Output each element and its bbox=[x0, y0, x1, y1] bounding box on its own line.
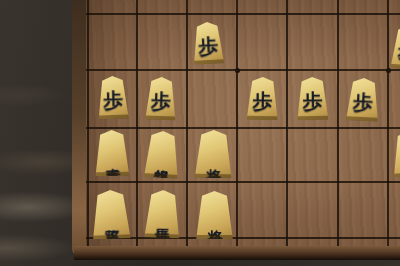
grid-line-vertical bbox=[387, 0, 389, 246]
piece-kanji: 桂馬 bbox=[155, 211, 171, 218]
board-surface bbox=[86, 0, 400, 246]
piece-kanji: 金将 bbox=[206, 151, 222, 157]
grid-line-vertical bbox=[136, 0, 138, 246]
grid-line-vertical bbox=[186, 0, 188, 246]
shogi-board-photo: 歩歩歩歩歩歩香車銀将金将王将桂馬金将歩 bbox=[0, 0, 400, 266]
piece-kanji: 銀将 bbox=[154, 151, 170, 158]
grid-line-horizontal bbox=[86, 237, 400, 239]
grid-line-vertical bbox=[337, 0, 339, 246]
piece-kanji: 歩 bbox=[352, 86, 373, 112]
grid-line-horizontal bbox=[86, 127, 400, 129]
piece-kanji: 王将 bbox=[103, 211, 119, 218]
grid-line-horizontal bbox=[86, 13, 400, 15]
piece-kanji: 金将 bbox=[207, 212, 223, 218]
piece-kanji: 歩 bbox=[252, 86, 272, 111]
grid-line-horizontal bbox=[86, 181, 400, 183]
piece-kanji: 歩 bbox=[151, 86, 172, 112]
grid-line-horizontal bbox=[86, 69, 400, 71]
board-front-edge bbox=[74, 246, 400, 260]
piece-kanji: 歩 bbox=[197, 30, 218, 56]
grid-line-vertical bbox=[236, 0, 238, 246]
grid-line-vertical bbox=[87, 0, 89, 246]
star-point bbox=[386, 68, 391, 73]
grid-line-vertical bbox=[286, 0, 288, 246]
piece-kanji: 歩 bbox=[103, 85, 124, 111]
piece-kanji: 歩 bbox=[302, 86, 322, 111]
star-point bbox=[235, 68, 240, 73]
piece-kanji: 香車 bbox=[104, 150, 120, 156]
